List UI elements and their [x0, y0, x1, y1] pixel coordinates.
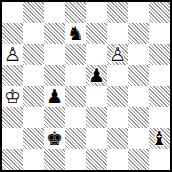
square-g3[interactable] [128, 107, 149, 128]
chess-board: ♞♞♟♙♟♙♟♟♚♔♟♟♚♚♝♝ [0, 0, 172, 172]
square-f5[interactable] [107, 65, 128, 86]
black-king-icon: ♚ [44, 128, 65, 149]
square-a2[interactable] [2, 128, 23, 149]
square-d7[interactable]: ♞♞ [65, 23, 86, 44]
square-c1[interactable] [44, 149, 65, 170]
square-d8[interactable] [65, 2, 86, 23]
square-f6[interactable]: ♟♙ [107, 44, 128, 65]
square-d3[interactable] [65, 107, 86, 128]
piece-black-knight[interactable]: ♞♞ [65, 23, 86, 44]
square-b8[interactable] [23, 2, 44, 23]
black-pawn-icon: ♟ [86, 65, 107, 86]
square-a1[interactable] [2, 149, 23, 170]
square-g4[interactable] [128, 86, 149, 107]
square-h2[interactable]: ♝♝ [149, 128, 170, 149]
piece-black-king[interactable]: ♚♚ [44, 128, 65, 149]
square-a8[interactable] [2, 2, 23, 23]
square-f7[interactable] [107, 23, 128, 44]
square-h6[interactable] [149, 44, 170, 65]
square-g1[interactable] [128, 149, 149, 170]
square-d4[interactable] [65, 86, 86, 107]
square-f1[interactable] [107, 149, 128, 170]
square-a4[interactable]: ♚♔ [2, 86, 23, 107]
square-f3[interactable] [107, 107, 128, 128]
square-e2[interactable] [86, 128, 107, 149]
white-pawn-icon: ♙ [107, 44, 128, 65]
square-e5[interactable]: ♟♟ [86, 65, 107, 86]
square-a6[interactable]: ♟♙ [2, 44, 23, 65]
piece-white-pawn[interactable]: ♟♙ [107, 44, 128, 65]
square-a7[interactable] [2, 23, 23, 44]
black-pawn-icon: ♟ [44, 86, 65, 107]
square-b2[interactable] [23, 128, 44, 149]
square-b3[interactable] [23, 107, 44, 128]
square-b1[interactable] [23, 149, 44, 170]
black-bishop-icon: ♝ [149, 128, 170, 149]
square-f4[interactable] [107, 86, 128, 107]
square-g7[interactable] [128, 23, 149, 44]
white-pawn-icon: ♙ [2, 44, 23, 65]
square-c2[interactable]: ♚♚ [44, 128, 65, 149]
square-h4[interactable] [149, 86, 170, 107]
square-c5[interactable] [44, 65, 65, 86]
square-e8[interactable] [86, 2, 107, 23]
square-c3[interactable] [44, 107, 65, 128]
white-king-icon: ♔ [2, 86, 23, 107]
square-g6[interactable] [128, 44, 149, 65]
square-h7[interactable] [149, 23, 170, 44]
square-g5[interactable] [128, 65, 149, 86]
square-d6[interactable] [65, 44, 86, 65]
square-f8[interactable] [107, 2, 128, 23]
square-h1[interactable] [149, 149, 170, 170]
square-e1[interactable] [86, 149, 107, 170]
black-knight-icon: ♞ [65, 23, 86, 44]
square-d5[interactable] [65, 65, 86, 86]
piece-white-pawn[interactable]: ♟♙ [2, 44, 23, 65]
square-b4[interactable] [23, 86, 44, 107]
square-c7[interactable] [44, 23, 65, 44]
square-f2[interactable] [107, 128, 128, 149]
square-a3[interactable] [2, 107, 23, 128]
square-c6[interactable] [44, 44, 65, 65]
square-g2[interactable] [128, 128, 149, 149]
square-b6[interactable] [23, 44, 44, 65]
piece-black-bishop[interactable]: ♝♝ [149, 128, 170, 149]
square-g8[interactable] [128, 2, 149, 23]
square-h3[interactable] [149, 107, 170, 128]
square-b7[interactable] [23, 23, 44, 44]
square-e7[interactable] [86, 23, 107, 44]
square-c8[interactable] [44, 2, 65, 23]
square-d2[interactable] [65, 128, 86, 149]
square-e6[interactable] [86, 44, 107, 65]
square-h5[interactable] [149, 65, 170, 86]
square-c4[interactable]: ♟♟ [44, 86, 65, 107]
piece-white-king[interactable]: ♚♔ [2, 86, 23, 107]
piece-black-pawn[interactable]: ♟♟ [86, 65, 107, 86]
piece-black-pawn[interactable]: ♟♟ [44, 86, 65, 107]
square-e4[interactable] [86, 86, 107, 107]
square-e3[interactable] [86, 107, 107, 128]
square-a5[interactable] [2, 65, 23, 86]
square-b5[interactable] [23, 65, 44, 86]
square-d1[interactable] [65, 149, 86, 170]
square-h8[interactable] [149, 2, 170, 23]
